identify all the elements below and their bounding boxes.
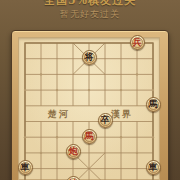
piece-black-chariot[interactable]: 車: [146, 160, 161, 175]
piece-character: 帥: [69, 178, 78, 180]
pass-rate-banner: 全国5%棋友过关: [0, 0, 180, 8]
river-label-chu: 楚河: [47, 109, 70, 119]
xiangqi-app-screen: 全国5%棋友过关 暂无好友过关: [0, 0, 180, 180]
piece-black-chariot[interactable]: 車: [18, 160, 33, 175]
piece-red-soldier[interactable]: 兵: [130, 35, 145, 50]
piece-black-general[interactable]: 将: [82, 50, 97, 65]
piece-character: 馬: [149, 100, 158, 109]
friends-pass-status: 暂无好友过关: [0, 8, 180, 21]
piece-character: 炮: [69, 147, 78, 156]
piece-red-horse[interactable]: 馬: [82, 129, 97, 144]
piece-character: 兵: [133, 37, 142, 46]
piece-character: 車: [21, 163, 30, 172]
piece-character: 将: [85, 53, 94, 62]
piece-character: 車: [149, 163, 158, 172]
piece-black-horse[interactable]: 馬: [146, 97, 161, 112]
piece-character: 馬: [85, 131, 94, 140]
piece-black-soldier[interactable]: 卒: [98, 113, 113, 128]
piece-character: 卒: [101, 116, 110, 125]
piece-red-cannon[interactable]: 炮: [66, 144, 81, 159]
river-label-han: 漢界: [110, 109, 133, 119]
